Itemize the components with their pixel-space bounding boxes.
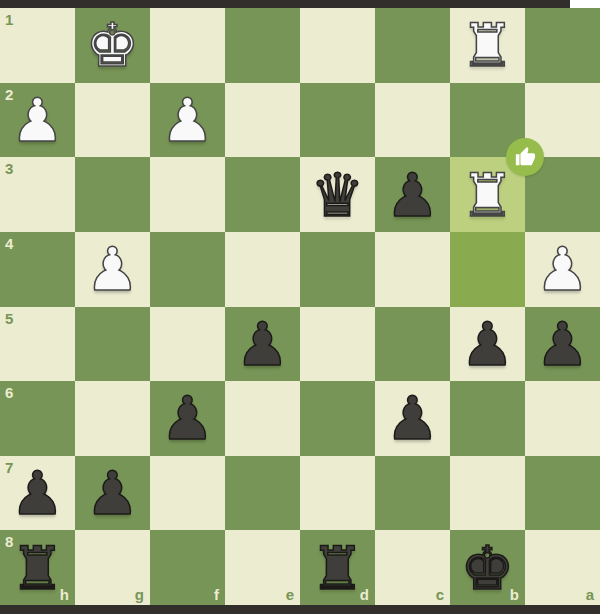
square-c4[interactable] (375, 232, 450, 307)
square-e1[interactable] (225, 8, 300, 83)
rank-label-5: 5 (5, 311, 13, 326)
square-g7[interactable]: ♟ (75, 456, 150, 531)
square-b8[interactable]: b♚ (450, 530, 525, 605)
top-bar-white-segment (570, 0, 600, 8)
square-a4[interactable]: ♟ (525, 232, 600, 307)
square-f5[interactable] (150, 307, 225, 382)
file-label-f: f (214, 587, 219, 602)
square-h6[interactable]: 6 (0, 381, 75, 456)
square-b7[interactable] (450, 456, 525, 531)
rank-label-1: 1 (5, 12, 13, 27)
square-a1[interactable] (525, 8, 600, 83)
square-e3[interactable] (225, 157, 300, 232)
square-d1[interactable] (300, 8, 375, 83)
square-b4[interactable] (450, 232, 525, 307)
square-g6[interactable] (75, 381, 150, 456)
black-pawn[interactable]: ♟ (0, 456, 75, 531)
square-b3[interactable]: ♜ (450, 157, 525, 232)
square-e8[interactable]: e (225, 530, 300, 605)
square-f6[interactable]: ♟ (150, 381, 225, 456)
square-g8[interactable]: g (75, 530, 150, 605)
chess-app-screen: 1♚♜2♟♟3♛♟♜4♟♟5♟♟♟6♟♟7♟♟8h♜gfed♜cb♚a (0, 0, 600, 614)
black-pawn[interactable]: ♟ (375, 381, 450, 456)
good-move-badge (506, 138, 544, 176)
square-e2[interactable] (225, 83, 300, 158)
chess-board[interactable]: 1♚♜2♟♟3♛♟♜4♟♟5♟♟♟6♟♟7♟♟8h♜gfed♜cb♚a (0, 8, 600, 605)
square-f4[interactable] (150, 232, 225, 307)
square-b1[interactable]: ♜ (450, 8, 525, 83)
file-label-a: a (586, 587, 594, 602)
rank-label-3: 3 (5, 161, 13, 176)
black-pawn[interactable]: ♟ (75, 456, 150, 531)
square-e7[interactable] (225, 456, 300, 531)
square-d2[interactable] (300, 83, 375, 158)
square-g3[interactable] (75, 157, 150, 232)
square-d4[interactable] (300, 232, 375, 307)
black-rook[interactable]: ♜ (0, 530, 75, 605)
square-d8[interactable]: d♜ (300, 530, 375, 605)
white-pawn[interactable]: ♟ (525, 232, 600, 307)
file-label-g: g (135, 587, 144, 602)
square-f8[interactable]: f (150, 530, 225, 605)
top-app-bar (0, 0, 600, 8)
black-pawn[interactable]: ♟ (150, 381, 225, 456)
square-h5[interactable]: 5 (0, 307, 75, 382)
square-c7[interactable] (375, 456, 450, 531)
square-a8[interactable]: a (525, 530, 600, 605)
square-c3[interactable]: ♟ (375, 157, 450, 232)
square-d7[interactable] (300, 456, 375, 531)
square-e5[interactable]: ♟ (225, 307, 300, 382)
rank-label-4: 4 (5, 236, 13, 251)
square-g2[interactable] (75, 83, 150, 158)
square-f2[interactable]: ♟ (150, 83, 225, 158)
bottom-app-bar (0, 605, 600, 614)
white-king[interactable]: ♚ (75, 8, 150, 83)
square-h3[interactable]: 3 (0, 157, 75, 232)
square-c6[interactable]: ♟ (375, 381, 450, 456)
square-a6[interactable] (525, 381, 600, 456)
square-f7[interactable] (150, 456, 225, 531)
white-pawn[interactable]: ♟ (150, 83, 225, 158)
square-g4[interactable]: ♟ (75, 232, 150, 307)
square-h7[interactable]: 7♟ (0, 456, 75, 531)
black-queen[interactable]: ♛ (300, 157, 375, 232)
thumbs-up-icon (514, 146, 536, 168)
white-rook[interactable]: ♜ (450, 8, 525, 83)
square-g1[interactable]: ♚ (75, 8, 150, 83)
white-pawn[interactable]: ♟ (75, 232, 150, 307)
square-c8[interactable]: c (375, 530, 450, 605)
file-label-e: e (286, 587, 294, 602)
square-h2[interactable]: 2♟ (0, 83, 75, 158)
file-label-c: c (436, 587, 444, 602)
square-h1[interactable]: 1 (0, 8, 75, 83)
square-f3[interactable] (150, 157, 225, 232)
square-c5[interactable] (375, 307, 450, 382)
square-e6[interactable] (225, 381, 300, 456)
square-d5[interactable] (300, 307, 375, 382)
rank-label-6: 6 (5, 385, 13, 400)
square-a5[interactable]: ♟ (525, 307, 600, 382)
black-rook[interactable]: ♜ (300, 530, 375, 605)
square-b5[interactable]: ♟ (450, 307, 525, 382)
black-pawn[interactable]: ♟ (450, 307, 525, 382)
square-h8[interactable]: 8h♜ (0, 530, 75, 605)
square-b6[interactable] (450, 381, 525, 456)
square-a7[interactable] (525, 456, 600, 531)
square-h4[interactable]: 4 (0, 232, 75, 307)
black-pawn[interactable]: ♟ (225, 307, 300, 382)
square-e4[interactable] (225, 232, 300, 307)
white-pawn[interactable]: ♟ (0, 83, 75, 158)
square-c1[interactable] (375, 8, 450, 83)
square-d6[interactable] (300, 381, 375, 456)
square-g5[interactable] (75, 307, 150, 382)
square-f1[interactable] (150, 8, 225, 83)
square-c2[interactable] (375, 83, 450, 158)
black-king[interactable]: ♚ (450, 530, 525, 605)
black-pawn[interactable]: ♟ (375, 157, 450, 232)
black-pawn[interactable]: ♟ (525, 307, 600, 382)
square-d3[interactable]: ♛ (300, 157, 375, 232)
